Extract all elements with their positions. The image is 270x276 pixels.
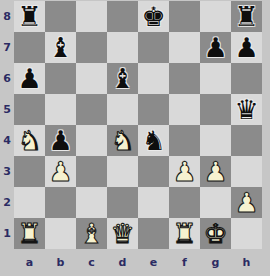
- square-e8[interactable]: ♚: [138, 1, 169, 32]
- piece-black-king-e8[interactable]: ♚: [141, 1, 165, 32]
- square-d7[interactable]: [107, 32, 138, 63]
- square-c4[interactable]: [76, 125, 107, 156]
- square-h2[interactable]: ♟: [231, 187, 262, 218]
- rank-labels: 87654321: [0, 1, 14, 249]
- square-d6[interactable]: ♝: [107, 63, 138, 94]
- file-label-h: h: [231, 250, 262, 274]
- square-f5[interactable]: [169, 94, 200, 125]
- piece-black-bishop-d6[interactable]: ♝: [110, 63, 134, 94]
- square-e3[interactable]: [138, 156, 169, 187]
- square-c8[interactable]: [76, 1, 107, 32]
- square-h7[interactable]: ♟: [231, 32, 262, 63]
- square-a4[interactable]: ♞: [14, 125, 45, 156]
- square-e1[interactable]: [138, 218, 169, 249]
- square-b3[interactable]: ♟: [45, 156, 76, 187]
- piece-white-rook-f1[interactable]: ♜: [172, 218, 196, 249]
- chess-diagram: 87654321 ♜♚♜♝♟♟♟♝♛♞♟♞♞♟♟♟♟♜♝♛♜♚ abcdefgh: [0, 0, 270, 276]
- square-h8[interactable]: ♜: [231, 1, 262, 32]
- rank-label-5: 5: [0, 94, 14, 125]
- square-g7[interactable]: ♟: [200, 32, 231, 63]
- chess-board[interactable]: ♜♚♜♝♟♟♟♝♛♞♟♞♞♟♟♟♟♜♝♛♜♚: [14, 1, 262, 249]
- square-h5[interactable]: ♛: [231, 94, 262, 125]
- square-d8[interactable]: [107, 1, 138, 32]
- file-label-a: a: [14, 250, 45, 274]
- piece-white-knight-a4[interactable]: ♞: [17, 125, 41, 156]
- piece-white-king-g1[interactable]: ♚: [203, 218, 227, 249]
- square-b1[interactable]: [45, 218, 76, 249]
- square-b2[interactable]: [45, 187, 76, 218]
- square-h6[interactable]: [231, 63, 262, 94]
- square-b4[interactable]: ♟: [45, 125, 76, 156]
- rank-label-2: 2: [0, 187, 14, 218]
- square-e7[interactable]: [138, 32, 169, 63]
- square-g6[interactable]: [200, 63, 231, 94]
- square-b5[interactable]: [45, 94, 76, 125]
- square-e2[interactable]: [138, 187, 169, 218]
- square-g5[interactable]: [200, 94, 231, 125]
- file-label-e: e: [138, 250, 169, 274]
- piece-white-bishop-c1[interactable]: ♝: [79, 218, 103, 249]
- square-a6[interactable]: ♟: [14, 63, 45, 94]
- piece-white-queen-d1[interactable]: ♛: [110, 218, 134, 249]
- square-f4[interactable]: [169, 125, 200, 156]
- square-h3[interactable]: [231, 156, 262, 187]
- piece-white-pawn-b3[interactable]: ♟: [48, 156, 72, 187]
- piece-black-pawn-b4[interactable]: ♟: [48, 125, 72, 156]
- square-a1[interactable]: ♜: [14, 218, 45, 249]
- rank-label-4: 4: [0, 125, 14, 156]
- square-a5[interactable]: [14, 94, 45, 125]
- square-a2[interactable]: [14, 187, 45, 218]
- square-h1[interactable]: [231, 218, 262, 249]
- piece-black-pawn-a6[interactable]: ♟: [17, 63, 41, 94]
- file-label-g: g: [200, 250, 231, 274]
- piece-white-pawn-f3[interactable]: ♟: [172, 156, 196, 187]
- square-d3[interactable]: [107, 156, 138, 187]
- piece-black-rook-h8[interactable]: ♜: [234, 1, 258, 32]
- square-g1[interactable]: ♚: [200, 218, 231, 249]
- square-f8[interactable]: [169, 1, 200, 32]
- square-h4[interactable]: [231, 125, 262, 156]
- square-d5[interactable]: [107, 94, 138, 125]
- square-f7[interactable]: [169, 32, 200, 63]
- file-label-b: b: [45, 250, 76, 274]
- piece-white-pawn-g3[interactable]: ♟: [203, 156, 227, 187]
- piece-black-knight-e4[interactable]: ♞: [141, 125, 165, 156]
- piece-white-knight-d4[interactable]: ♞: [110, 125, 134, 156]
- square-e4[interactable]: ♞: [138, 125, 169, 156]
- square-d4[interactable]: ♞: [107, 125, 138, 156]
- file-labels: abcdefgh: [14, 250, 262, 274]
- square-g3[interactable]: ♟: [200, 156, 231, 187]
- piece-white-rook-a1[interactable]: ♜: [17, 218, 41, 249]
- square-g8[interactable]: [200, 1, 231, 32]
- square-e6[interactable]: [138, 63, 169, 94]
- piece-black-pawn-h7[interactable]: ♟: [234, 32, 258, 63]
- square-d2[interactable]: [107, 187, 138, 218]
- square-c7[interactable]: [76, 32, 107, 63]
- square-f3[interactable]: ♟: [169, 156, 200, 187]
- file-label-d: d: [107, 250, 138, 274]
- square-f6[interactable]: [169, 63, 200, 94]
- square-d1[interactable]: ♛: [107, 218, 138, 249]
- rank-label-1: 1: [0, 218, 14, 249]
- square-a8[interactable]: ♜: [14, 1, 45, 32]
- rank-label-8: 8: [0, 1, 14, 32]
- square-a3[interactable]: [14, 156, 45, 187]
- square-c5[interactable]: [76, 94, 107, 125]
- file-label-f: f: [169, 250, 200, 274]
- square-f1[interactable]: ♜: [169, 218, 200, 249]
- square-c3[interactable]: [76, 156, 107, 187]
- rank-label-7: 7: [0, 32, 14, 63]
- square-g4[interactable]: [200, 125, 231, 156]
- piece-black-rook-a8[interactable]: ♜: [17, 1, 41, 32]
- square-a7[interactable]: [14, 32, 45, 63]
- rank-label-6: 6: [0, 63, 14, 94]
- piece-black-queen-h5[interactable]: ♛: [234, 94, 258, 125]
- piece-white-pawn-h2[interactable]: ♟: [234, 187, 258, 218]
- square-g2[interactable]: [200, 187, 231, 218]
- square-f2[interactable]: [169, 187, 200, 218]
- square-e5[interactable]: [138, 94, 169, 125]
- rank-label-3: 3: [0, 156, 14, 187]
- square-b7[interactable]: ♝: [45, 32, 76, 63]
- file-label-c: c: [76, 250, 107, 274]
- square-c1[interactable]: ♝: [76, 218, 107, 249]
- piece-black-bishop-b7[interactable]: ♝: [48, 32, 72, 63]
- piece-black-pawn-g7[interactable]: ♟: [203, 32, 227, 63]
- square-c2[interactable]: [76, 187, 107, 218]
- square-b6[interactable]: [45, 63, 76, 94]
- square-b8[interactable]: [45, 1, 76, 32]
- square-c6[interactable]: [76, 63, 107, 94]
